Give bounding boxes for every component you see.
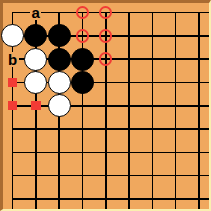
- intersection: [117, 1, 140, 24]
- intersection: [47, 1, 70, 24]
- intersection: [187, 187, 210, 210]
- intersection: [141, 94, 164, 117]
- intersection: [117, 94, 140, 117]
- intersection: [47, 117, 70, 140]
- intersection: [94, 94, 117, 117]
- red-circle-marker: [99, 52, 113, 66]
- black-stone: [48, 48, 71, 71]
- intersection: [1, 164, 24, 187]
- intersection: [94, 1, 117, 24]
- intersection: [141, 24, 164, 47]
- intersection: [47, 164, 70, 187]
- intersection: [1, 141, 24, 164]
- red-circle-marker: [99, 29, 113, 43]
- intersection: [117, 141, 140, 164]
- board-grid: ab: [1, 1, 211, 211]
- intersection: [117, 24, 140, 47]
- black-stone: [71, 71, 94, 94]
- intersection: [71, 24, 94, 47]
- intersection: [117, 117, 140, 140]
- intersection: [164, 1, 187, 24]
- intersection: [187, 117, 210, 140]
- intersection: [71, 94, 94, 117]
- intersection: [94, 117, 117, 140]
- intersection: [164, 47, 187, 70]
- red-circle-marker: [99, 6, 113, 20]
- intersection: [94, 24, 117, 47]
- intersection: [94, 47, 117, 70]
- intersection: [1, 187, 24, 210]
- intersection: [164, 24, 187, 47]
- intersection: [24, 71, 47, 94]
- intersection: [1, 71, 24, 94]
- intersection: [24, 24, 47, 47]
- point-label-b: b: [6, 52, 18, 67]
- intersection: [117, 47, 140, 70]
- intersection: [71, 1, 94, 24]
- intersection: [47, 187, 70, 210]
- intersection: [187, 71, 210, 94]
- intersection: [117, 164, 140, 187]
- intersection: [94, 71, 117, 94]
- intersection: [117, 187, 140, 210]
- red-circle-marker: [76, 6, 90, 20]
- intersection: [141, 187, 164, 210]
- intersection: b: [1, 47, 24, 70]
- intersection: [47, 24, 70, 47]
- intersection: [94, 164, 117, 187]
- intersection: [71, 117, 94, 140]
- intersection: [187, 94, 210, 117]
- intersection: [117, 71, 140, 94]
- intersection: [47, 94, 70, 117]
- white-stone: [48, 71, 71, 94]
- intersection: [187, 47, 210, 70]
- white-stone: [24, 71, 47, 94]
- white-stone: [48, 94, 71, 117]
- red-square-marker: [31, 101, 41, 111]
- red-circle-marker: [76, 29, 90, 43]
- intersection: [24, 94, 47, 117]
- intersection: [24, 117, 47, 140]
- intersection: [164, 71, 187, 94]
- intersection: [164, 141, 187, 164]
- intersection: a: [24, 1, 47, 24]
- red-square-marker: [8, 78, 18, 88]
- intersection: [24, 47, 47, 70]
- black-stone: [48, 24, 71, 47]
- intersection: [187, 24, 210, 47]
- intersection: [164, 117, 187, 140]
- intersection: [47, 71, 70, 94]
- white-stone: [24, 48, 47, 71]
- intersection: [164, 187, 187, 210]
- intersection: [71, 141, 94, 164]
- intersection: [71, 164, 94, 187]
- intersection: [141, 141, 164, 164]
- point-label-a: a: [30, 5, 41, 20]
- intersection: [94, 141, 117, 164]
- intersection: [141, 117, 164, 140]
- intersection: [164, 94, 187, 117]
- intersection: [71, 187, 94, 210]
- intersection: [141, 1, 164, 24]
- intersection: [71, 47, 94, 70]
- intersection: [24, 187, 47, 210]
- black-stone: [24, 24, 47, 47]
- go-board-diagram: ab: [0, 0, 211, 211]
- intersection: [141, 164, 164, 187]
- intersection: [164, 164, 187, 187]
- intersection: [71, 71, 94, 94]
- intersection: [94, 187, 117, 210]
- black-stone: [71, 48, 94, 71]
- intersection: [187, 141, 210, 164]
- intersection: [1, 1, 24, 24]
- intersection: [1, 94, 24, 117]
- intersection: [47, 47, 70, 70]
- intersection: [1, 117, 24, 140]
- intersection: [47, 141, 70, 164]
- intersection: [24, 164, 47, 187]
- intersection: [141, 47, 164, 70]
- red-square-marker: [8, 101, 18, 111]
- intersection: [24, 141, 47, 164]
- intersection: [141, 71, 164, 94]
- intersection: [187, 1, 210, 24]
- intersection: [187, 164, 210, 187]
- white-stone: [1, 24, 24, 47]
- intersection: [1, 24, 24, 47]
